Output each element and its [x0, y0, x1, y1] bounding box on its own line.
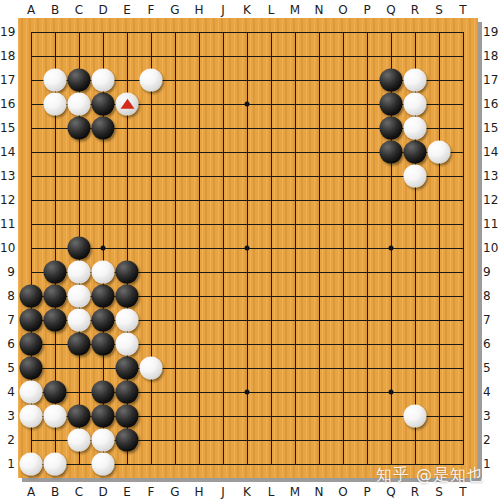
coord-label-col-K: K [237, 484, 257, 500]
black-stone-C10[interactable] [68, 237, 91, 260]
coord-label-row-4: 4 [483, 384, 499, 400]
black-stone-C6[interactable] [68, 333, 91, 356]
black-stone-E5[interactable] [116, 357, 139, 380]
coord-label-col-O: O [333, 2, 353, 18]
coord-label-row-14: 14 [0, 144, 15, 160]
black-stone-A7[interactable] [20, 309, 43, 332]
coord-label-row-5: 5 [483, 360, 499, 376]
coord-label-col-M: M [285, 484, 305, 500]
black-stone-D7[interactable] [92, 309, 115, 332]
black-stone-D4[interactable] [92, 381, 115, 404]
coord-label-row-3: 3 [0, 408, 15, 424]
white-stone-C2[interactable] [68, 429, 91, 452]
coord-label-col-R: R [405, 2, 425, 18]
white-stone-A3[interactable] [20, 405, 43, 428]
black-stone-B4[interactable] [44, 381, 67, 404]
star-point-K10 [245, 246, 250, 251]
coord-label-col-S: S [429, 2, 449, 18]
coord-label-col-H: H [189, 484, 209, 500]
coord-label-row-7: 7 [0, 312, 15, 328]
coord-label-col-S: S [429, 484, 449, 500]
coord-label-row-11: 11 [0, 216, 15, 232]
coord-label-row-10: 10 [0, 240, 15, 256]
coord-label-row-16: 16 [0, 96, 15, 112]
black-stone-D8[interactable] [92, 285, 115, 308]
coord-label-row-12: 12 [483, 192, 499, 208]
coord-label-row-13: 13 [483, 168, 499, 184]
white-stone-R13[interactable] [404, 165, 427, 188]
coord-label-col-M: M [285, 2, 305, 18]
white-stone-D17[interactable] [92, 69, 115, 92]
coord-label-col-D: D [93, 484, 113, 500]
black-stone-E2[interactable] [116, 429, 139, 452]
coord-label-col-T: T [453, 2, 473, 18]
black-stone-A5[interactable] [20, 357, 43, 380]
coord-label-col-K: K [237, 2, 257, 18]
coord-label-row-6: 6 [0, 336, 15, 352]
coord-label-row-18: 18 [0, 48, 15, 64]
coord-label-row-9: 9 [483, 264, 499, 280]
grid-line-vertical [463, 32, 464, 465]
coord-label-col-Q: Q [381, 484, 401, 500]
grid-line-vertical [271, 32, 272, 465]
coord-label-col-G: G [165, 2, 185, 18]
coord-label-col-E: E [117, 484, 137, 500]
coord-label-col-C: C [69, 484, 89, 500]
white-stone-D1[interactable] [92, 453, 115, 476]
coord-label-row-15: 15 [483, 120, 499, 136]
triangle-marker [120, 98, 134, 108]
star-point-Q4 [389, 390, 394, 395]
black-stone-B8[interactable] [44, 285, 67, 308]
star-point-K16 [245, 102, 250, 107]
coord-label-row-19: 19 [483, 24, 499, 40]
white-stone-R3[interactable] [404, 405, 427, 428]
coord-label-col-E: E [117, 2, 137, 18]
white-stone-C9[interactable] [68, 261, 91, 284]
coord-label-row-9: 9 [0, 264, 15, 280]
black-stone-D6[interactable] [92, 333, 115, 356]
marked-white-stone-E16[interactable] [116, 93, 139, 116]
watermark: 知乎 @是知也 [376, 465, 484, 486]
black-stone-E4[interactable] [116, 381, 139, 404]
coord-label-col-P: P [357, 484, 377, 500]
coord-label-row-17: 17 [483, 72, 499, 88]
coord-label-col-G: G [165, 484, 185, 500]
coord-label-row-3: 3 [483, 408, 499, 424]
coord-label-col-A: A [21, 484, 41, 500]
black-stone-C3[interactable] [68, 405, 91, 428]
grid-line-vertical [367, 32, 368, 465]
coord-label-col-T: T [453, 484, 473, 500]
black-stone-C17[interactable] [68, 69, 91, 92]
coord-label-col-H: H [189, 2, 209, 18]
coord-label-row-11: 11 [483, 216, 499, 232]
coord-label-row-5: 5 [0, 360, 15, 376]
coord-label-col-L: L [261, 2, 281, 18]
black-stone-B7[interactable] [44, 309, 67, 332]
white-stone-A4[interactable] [20, 381, 43, 404]
coord-label-col-F: F [141, 2, 161, 18]
black-stone-B9[interactable] [44, 261, 67, 284]
white-stone-B1[interactable] [44, 453, 67, 476]
star-point-Q10 [389, 246, 394, 251]
coord-label-row-7: 7 [483, 312, 499, 328]
grid-line-horizontal [31, 368, 464, 369]
black-stone-Q17[interactable] [380, 69, 403, 92]
black-stone-A6[interactable] [20, 333, 43, 356]
white-stone-F5[interactable] [140, 357, 163, 380]
coord-label-row-1: 1 [0, 456, 15, 472]
coord-label-col-F: F [141, 484, 161, 500]
coord-label-col-R: R [405, 484, 425, 500]
coord-label-col-Q: Q [381, 2, 401, 18]
white-stone-R16[interactable] [404, 93, 427, 116]
star-point-K4 [245, 390, 250, 395]
black-stone-Q15[interactable] [380, 117, 403, 140]
coord-label-col-D: D [93, 2, 113, 18]
coord-label-col-P: P [357, 2, 377, 18]
white-stone-D9[interactable] [92, 261, 115, 284]
go-board[interactable] [18, 18, 478, 478]
black-stone-D3[interactable] [92, 405, 115, 428]
coord-label-col-A: A [21, 2, 41, 18]
coord-label-row-13: 13 [0, 168, 15, 184]
white-stone-R15[interactable] [404, 117, 427, 140]
coord-label-row-14: 14 [483, 144, 499, 160]
coord-label-col-J: J [213, 2, 233, 18]
coord-label-row-4: 4 [0, 384, 15, 400]
black-stone-A8[interactable] [20, 285, 43, 308]
white-stone-S14[interactable] [428, 141, 451, 164]
go-diagram-page: ABCDEFGHJKLMNOPQRST ABCDEFGHJKLMNOPQRST … [0, 0, 500, 500]
coord-label-row-15: 15 [0, 120, 15, 136]
coord-label-row-18: 18 [483, 48, 499, 64]
black-stone-D15[interactable] [92, 117, 115, 140]
coord-label-row-1: 1 [483, 456, 499, 472]
grid-line-vertical [295, 32, 296, 465]
white-stone-C16[interactable] [68, 93, 91, 116]
white-stone-B16[interactable] [44, 93, 67, 116]
black-stone-Q16[interactable] [380, 93, 403, 116]
white-stone-E7[interactable] [116, 309, 139, 332]
white-stone-R17[interactable] [404, 69, 427, 92]
white-stone-B17[interactable] [44, 69, 67, 92]
grid-line-vertical [439, 32, 440, 465]
coord-label-row-12: 12 [0, 192, 15, 208]
white-stone-C7[interactable] [68, 309, 91, 332]
black-stone-R14[interactable] [404, 141, 427, 164]
coord-label-col-O: O [333, 484, 353, 500]
grid-line-vertical [343, 32, 344, 465]
grid-line-vertical [319, 32, 320, 465]
coord-label-col-B: B [45, 2, 65, 18]
black-stone-Q14[interactable] [380, 141, 403, 164]
coord-label-row-8: 8 [483, 288, 499, 304]
coord-label-col-L: L [261, 484, 281, 500]
white-stone-A1[interactable] [20, 453, 43, 476]
coord-label-row-2: 2 [0, 432, 15, 448]
star-point-D10 [101, 246, 106, 251]
black-stone-D16[interactable] [92, 93, 115, 116]
coord-label-row-2: 2 [483, 432, 499, 448]
black-stone-E3[interactable] [116, 405, 139, 428]
coord-label-col-N: N [309, 484, 329, 500]
black-stone-E9[interactable] [116, 261, 139, 284]
white-stone-D2[interactable] [92, 429, 115, 452]
coord-label-row-10: 10 [483, 240, 499, 256]
white-stone-E6[interactable] [116, 333, 139, 356]
coord-label-row-17: 17 [0, 72, 15, 88]
coord-label-col-B: B [45, 484, 65, 500]
white-stone-C8[interactable] [68, 285, 91, 308]
coord-label-col-C: C [69, 2, 89, 18]
black-stone-C15[interactable] [68, 117, 91, 140]
coord-label-col-N: N [309, 2, 329, 18]
coord-label-col-J: J [213, 484, 233, 500]
white-stone-B3[interactable] [44, 405, 67, 428]
coord-label-row-6: 6 [483, 336, 499, 352]
black-stone-E8[interactable] [116, 285, 139, 308]
white-stone-F17[interactable] [140, 69, 163, 92]
coord-label-row-8: 8 [0, 288, 15, 304]
coord-label-row-16: 16 [483, 96, 499, 112]
coord-label-row-19: 19 [0, 24, 15, 40]
